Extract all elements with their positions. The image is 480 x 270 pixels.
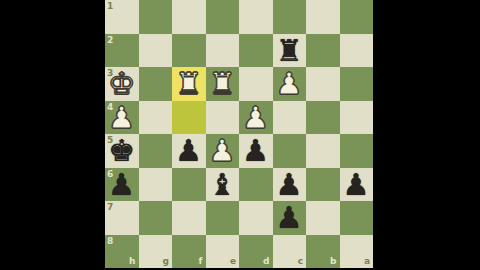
square-f7[interactable] xyxy=(172,201,206,235)
square-c4[interactable] xyxy=(273,101,307,135)
square-a6[interactable]: ♟ xyxy=(340,168,374,202)
piece-black-pawn[interactable]: ♟ xyxy=(239,134,273,168)
piece-white-pawn[interactable]: ♟ xyxy=(105,101,139,135)
square-g7[interactable] xyxy=(139,201,173,235)
square-e2[interactable] xyxy=(206,34,240,68)
square-e4[interactable] xyxy=(206,101,240,135)
square-c3[interactable]: ♟ xyxy=(273,67,307,101)
file-label-g: g xyxy=(163,256,169,266)
square-a8[interactable]: a xyxy=(340,235,374,269)
chess-board: 12♜3♚♜♜♟4♟♟5♚♟♟♟6♟♝♟♟7♟8hgfedcba xyxy=(105,0,373,268)
square-d3[interactable] xyxy=(239,67,273,101)
square-b4[interactable] xyxy=(306,101,340,135)
square-e3[interactable]: ♜ xyxy=(206,67,240,101)
piece-white-pawn[interactable]: ♟ xyxy=(239,101,273,135)
square-f2[interactable] xyxy=(172,34,206,68)
square-a3[interactable] xyxy=(340,67,374,101)
square-c7[interactable]: ♟ xyxy=(273,201,307,235)
piece-black-rook[interactable]: ♜ xyxy=(273,34,307,68)
file-label-f: f xyxy=(199,256,203,266)
piece-white-king[interactable]: ♚ xyxy=(105,67,139,101)
file-label-d: d xyxy=(263,256,269,266)
rank-label-7: 7 xyxy=(107,202,113,212)
square-b1[interactable] xyxy=(306,0,340,34)
square-a1[interactable] xyxy=(340,0,374,34)
piece-black-pawn[interactable]: ♟ xyxy=(172,134,206,168)
square-b5[interactable] xyxy=(306,134,340,168)
square-h1[interactable]: 1 xyxy=(105,0,139,34)
rank-label-8: 8 xyxy=(107,236,113,246)
square-g6[interactable] xyxy=(139,168,173,202)
square-e1[interactable] xyxy=(206,0,240,34)
letterbox-background: 12♜3♚♜♜♟4♟♟5♚♟♟♟6♟♝♟♟7♟8hgfedcba xyxy=(0,0,480,270)
square-e6[interactable]: ♝ xyxy=(206,168,240,202)
piece-white-rook[interactable]: ♜ xyxy=(172,67,206,101)
square-d4[interactable]: ♟ xyxy=(239,101,273,135)
square-d2[interactable] xyxy=(239,34,273,68)
square-h5[interactable]: 5♚ xyxy=(105,134,139,168)
square-e8[interactable]: e xyxy=(206,235,240,269)
square-h4[interactable]: 4♟ xyxy=(105,101,139,135)
file-label-h: h xyxy=(129,256,135,266)
square-e5[interactable]: ♟ xyxy=(206,134,240,168)
piece-white-pawn[interactable]: ♟ xyxy=(206,134,240,168)
square-f5[interactable]: ♟ xyxy=(172,134,206,168)
square-g4[interactable] xyxy=(139,101,173,135)
square-f8[interactable]: f xyxy=(172,235,206,269)
rank-label-2: 2 xyxy=(107,35,113,45)
square-b8[interactable]: b xyxy=(306,235,340,269)
square-g8[interactable]: g xyxy=(139,235,173,269)
square-g2[interactable] xyxy=(139,34,173,68)
piece-white-pawn[interactable]: ♟ xyxy=(273,67,307,101)
square-h3[interactable]: 3♚ xyxy=(105,67,139,101)
file-label-e: e xyxy=(230,256,236,266)
square-f6[interactable] xyxy=(172,168,206,202)
square-d7[interactable] xyxy=(239,201,273,235)
piece-black-pawn[interactable]: ♟ xyxy=(273,168,307,202)
square-d1[interactable] xyxy=(239,0,273,34)
square-g1[interactable] xyxy=(139,0,173,34)
piece-black-king[interactable]: ♚ xyxy=(105,134,139,168)
piece-black-bishop[interactable]: ♝ xyxy=(206,168,240,202)
file-label-c: c xyxy=(298,256,303,266)
square-f4[interactable] xyxy=(172,101,206,135)
square-f1[interactable] xyxy=(172,0,206,34)
square-c5[interactable] xyxy=(273,134,307,168)
square-h7[interactable]: 7 xyxy=(105,201,139,235)
square-e7[interactable] xyxy=(206,201,240,235)
piece-black-pawn[interactable]: ♟ xyxy=(340,168,374,202)
square-c6[interactable]: ♟ xyxy=(273,168,307,202)
piece-black-pawn[interactable]: ♟ xyxy=(105,168,139,202)
square-c2[interactable]: ♜ xyxy=(273,34,307,68)
piece-black-pawn[interactable]: ♟ xyxy=(273,201,307,235)
square-a2[interactable] xyxy=(340,34,374,68)
file-label-b: b xyxy=(330,256,336,266)
square-b7[interactable] xyxy=(306,201,340,235)
square-d5[interactable]: ♟ xyxy=(239,134,273,168)
file-label-a: a xyxy=(364,256,370,266)
square-d6[interactable] xyxy=(239,168,273,202)
square-f3[interactable]: ♜ xyxy=(172,67,206,101)
piece-white-rook[interactable]: ♜ xyxy=(206,67,240,101)
square-a5[interactable] xyxy=(340,134,374,168)
rank-label-1: 1 xyxy=(107,1,113,11)
square-a4[interactable] xyxy=(340,101,374,135)
square-g5[interactable] xyxy=(139,134,173,168)
square-c1[interactable] xyxy=(273,0,307,34)
square-b6[interactable] xyxy=(306,168,340,202)
square-b3[interactable] xyxy=(306,67,340,101)
square-h6[interactable]: 6♟ xyxy=(105,168,139,202)
square-h2[interactable]: 2 xyxy=(105,34,139,68)
square-d8[interactable]: d xyxy=(239,235,273,269)
square-g3[interactable] xyxy=(139,67,173,101)
square-h8[interactable]: 8h xyxy=(105,235,139,269)
square-a7[interactable] xyxy=(340,201,374,235)
square-b2[interactable] xyxy=(306,34,340,68)
square-c8[interactable]: c xyxy=(273,235,307,269)
